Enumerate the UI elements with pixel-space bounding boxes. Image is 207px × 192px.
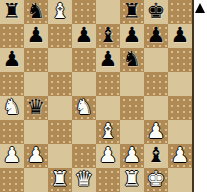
square-g5[interactable] <box>144 72 168 96</box>
square-a8[interactable]: ♜ <box>0 0 24 24</box>
square-a5[interactable] <box>0 72 24 96</box>
square-e6[interactable]: ♟ <box>96 48 120 72</box>
square-b5[interactable] <box>24 72 48 96</box>
square-g7[interactable]: ♟ <box>144 24 168 48</box>
square-b8[interactable]: ♞ <box>24 0 48 24</box>
square-d3[interactable] <box>72 120 96 144</box>
square-a6[interactable]: ♟ <box>0 48 24 72</box>
square-f3[interactable] <box>120 120 144 144</box>
piece-black-rook: ♜ <box>120 0 144 24</box>
square-c3[interactable] <box>48 120 72 144</box>
square-f5[interactable] <box>120 72 144 96</box>
square-b6[interactable] <box>24 48 48 72</box>
piece-white-rook: ♜ <box>120 168 144 192</box>
square-f7[interactable]: ♟ <box>120 24 144 48</box>
square-c2[interactable] <box>48 144 72 168</box>
square-b4[interactable]: ♛ <box>24 96 48 120</box>
piece-black-bishop: ♝ <box>144 144 168 168</box>
square-c4[interactable] <box>48 96 72 120</box>
square-d6[interactable] <box>72 48 96 72</box>
piece-black-pawn: ♟ <box>24 24 48 48</box>
square-c5[interactable] <box>48 72 72 96</box>
square-g3[interactable]: ♟ <box>144 120 168 144</box>
square-e3[interactable]: ♝ <box>96 120 120 144</box>
square-c8[interactable]: ♝ <box>48 0 72 24</box>
square-f8[interactable]: ♜ <box>120 0 144 24</box>
piece-black-rook: ♜ <box>0 0 24 24</box>
square-h5[interactable] <box>168 72 192 96</box>
piece-white-pawn: ♟ <box>0 144 24 168</box>
piece-black-pawn: ♟ <box>96 48 120 72</box>
square-e7[interactable]: ♝ <box>96 24 120 48</box>
square-b3[interactable] <box>24 120 48 144</box>
piece-black-bishop: ♝ <box>96 24 120 48</box>
piece-black-pawn: ♟ <box>0 48 24 72</box>
piece-white-pawn: ♟ <box>144 120 168 144</box>
square-d1[interactable]: ♛ <box>72 168 96 192</box>
square-h3[interactable] <box>168 120 192 144</box>
square-g6[interactable] <box>144 48 168 72</box>
square-h7[interactable]: ♟ <box>168 24 192 48</box>
square-g8[interactable]: ♚ <box>144 0 168 24</box>
square-d4[interactable]: ♞ <box>72 96 96 120</box>
piece-black-pawn: ♟ <box>72 24 96 48</box>
chess-board: ♜♞♝♜♚♟♟♝♟♟♟♟♟♞♞♛♞♝♟♟♟♟♟♝♟♜♛♜♚ <box>0 0 194 192</box>
square-h2[interactable]: ♟ <box>168 144 192 168</box>
square-d5[interactable] <box>72 72 96 96</box>
square-c6[interactable] <box>48 48 72 72</box>
board-right-margin <box>194 0 207 192</box>
piece-black-knight: ♞ <box>24 0 48 24</box>
piece-white-queen: ♛ <box>72 168 96 192</box>
square-h4[interactable] <box>168 96 192 120</box>
square-d8[interactable] <box>72 0 96 24</box>
square-h8[interactable] <box>168 0 192 24</box>
side-to-move-triangle-icon <box>195 3 205 13</box>
piece-white-king: ♚ <box>144 168 168 192</box>
square-g2[interactable]: ♝ <box>144 144 168 168</box>
square-f1[interactable]: ♜ <box>120 168 144 192</box>
square-g1[interactable]: ♚ <box>144 168 168 192</box>
piece-black-knight: ♞ <box>120 48 144 72</box>
piece-white-bishop: ♝ <box>96 120 120 144</box>
square-g4[interactable] <box>144 96 168 120</box>
square-b7[interactable]: ♟ <box>24 24 48 48</box>
piece-white-bishop: ♝ <box>48 0 72 24</box>
square-e4[interactable] <box>96 96 120 120</box>
square-f2[interactable]: ♟ <box>120 144 144 168</box>
piece-white-pawn: ♟ <box>168 144 192 168</box>
square-e2[interactable]: ♟ <box>96 144 120 168</box>
square-d7[interactable]: ♟ <box>72 24 96 48</box>
square-a4[interactable]: ♞ <box>0 96 24 120</box>
piece-black-pawn: ♟ <box>120 24 144 48</box>
square-b1[interactable] <box>24 168 48 192</box>
square-e1[interactable] <box>96 168 120 192</box>
square-a1[interactable] <box>0 168 24 192</box>
piece-black-pawn: ♟ <box>168 24 192 48</box>
piece-white-pawn: ♟ <box>120 144 144 168</box>
square-f6[interactable]: ♞ <box>120 48 144 72</box>
piece-white-pawn: ♟ <box>96 144 120 168</box>
square-h6[interactable] <box>168 48 192 72</box>
square-a3[interactable] <box>0 120 24 144</box>
square-a2[interactable]: ♟ <box>0 144 24 168</box>
square-h1[interactable] <box>168 168 192 192</box>
square-c7[interactable] <box>48 24 72 48</box>
square-c1[interactable]: ♜ <box>48 168 72 192</box>
piece-white-rook: ♜ <box>48 168 72 192</box>
piece-black-pawn: ♟ <box>144 24 168 48</box>
square-b2[interactable]: ♟ <box>24 144 48 168</box>
piece-white-pawn: ♟ <box>24 144 48 168</box>
piece-black-king: ♚ <box>144 0 168 24</box>
piece-black-queen: ♛ <box>24 96 48 120</box>
square-e8[interactable] <box>96 0 120 24</box>
piece-white-knight: ♞ <box>72 96 96 120</box>
chess-diagram: ♜♞♝♜♚♟♟♝♟♟♟♟♟♞♞♛♞♝♟♟♟♟♟♝♟♜♛♜♚ <box>0 0 207 192</box>
square-f4[interactable] <box>120 96 144 120</box>
piece-white-knight: ♞ <box>0 96 24 120</box>
square-e5[interactable] <box>96 72 120 96</box>
square-a7[interactable] <box>0 24 24 48</box>
square-d2[interactable] <box>72 144 96 168</box>
